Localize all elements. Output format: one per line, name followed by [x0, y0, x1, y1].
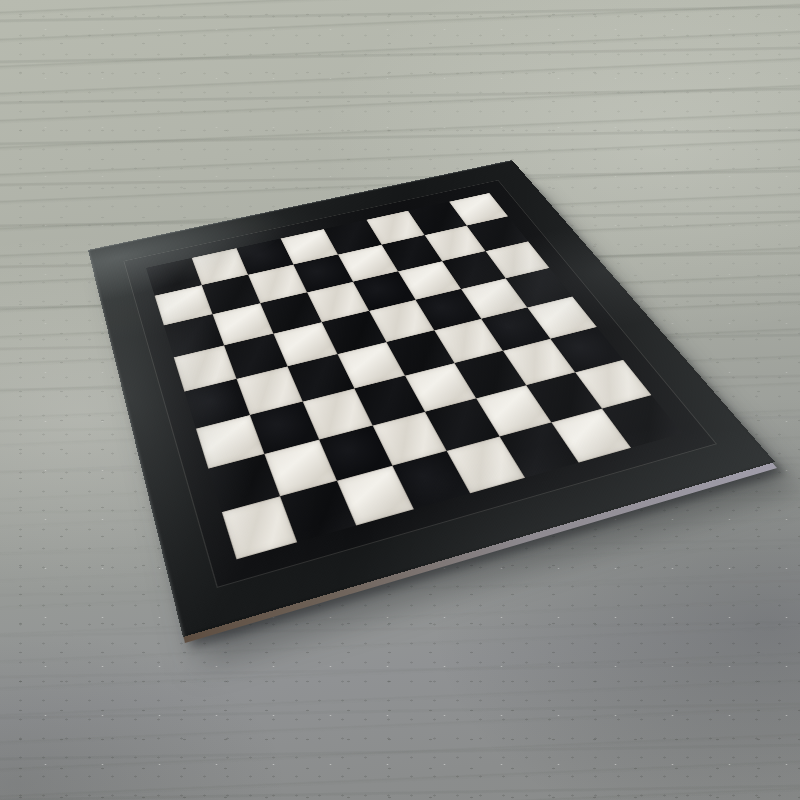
tabletop-surface	[0, 0, 800, 800]
